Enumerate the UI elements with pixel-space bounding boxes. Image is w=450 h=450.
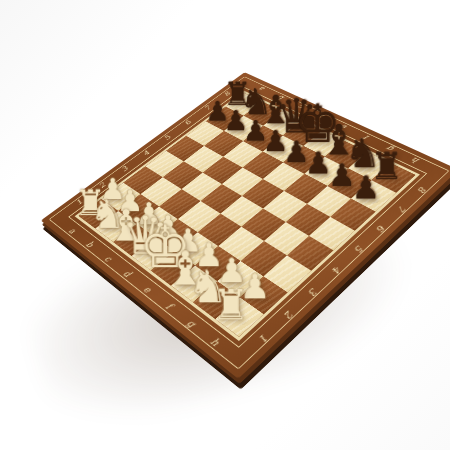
board-face: abcdefgh abcdefgh 87654321 87654321 ♜♞♝♛… [41,72,450,378]
piece-black-pawn[interactable]: ♟ [327,172,405,203]
product-photo: abcdefgh abcdefgh 87654321 87654321 ♜♞♝♛… [0,0,450,450]
squares-grid: ♜♞♝♛♚♝♞♜♟♟♟♟♟♟♟♟♟♟♟♟♟♟♟♟♜♞♝♛♚♝♞♜ [75,91,420,341]
square-h1[interactable]: ♜ [215,297,264,337]
piece-white-rook[interactable]: ♜ [187,284,273,326]
chessboard: abcdefgh abcdefgh 87654321 87654321 ♜♞♝♛… [41,72,450,378]
photo-scene: abcdefgh abcdefgh 87654321 87654321 ♜♞♝♛… [0,0,450,450]
